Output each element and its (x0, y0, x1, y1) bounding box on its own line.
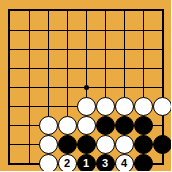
go-board-diagram: 2134 (0, 0, 171, 171)
move-number-stone: 3 (96, 154, 115, 172)
move-number-stone: 1 (77, 154, 96, 172)
black-stone (58, 135, 77, 154)
white-stone (96, 135, 115, 154)
black-stone (134, 135, 153, 154)
move-number-stone: 4 (115, 154, 134, 172)
white-stone (77, 97, 96, 116)
black-stone (153, 135, 172, 154)
black-stone (134, 116, 153, 135)
white-stone (39, 135, 58, 154)
white-stone (115, 97, 134, 116)
white-stone (153, 97, 172, 116)
black-stone (96, 116, 115, 135)
black-stone (134, 154, 153, 172)
black-stone (77, 135, 96, 154)
white-stone (77, 116, 96, 135)
white-stone (58, 116, 77, 135)
white-stone (39, 116, 58, 135)
white-stone (134, 97, 153, 116)
black-stone (115, 116, 134, 135)
white-stone (96, 97, 115, 116)
white-stone (39, 154, 58, 172)
white-stone (115, 135, 134, 154)
move-number-stone: 2 (58, 154, 77, 172)
stones-layer: 2134 (0, 0, 171, 171)
